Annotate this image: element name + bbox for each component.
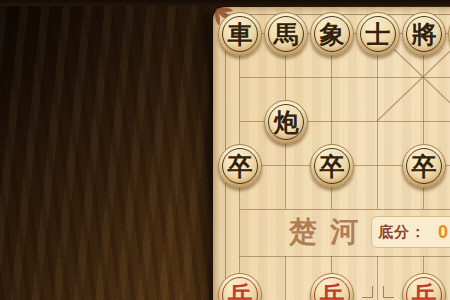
xiangqi-board[interactable]: 楚河 底分： 0 車馬象士將士炮卒卒卒兵兵兵 [213,7,450,300]
base-score-label: 底分： [378,223,426,242]
point-marker-right [383,286,394,298]
piece-馬[interactable]: 馬 [264,12,308,56]
top-edge-shadow [0,0,450,6]
point-marker-left [362,286,373,298]
piece-士[interactable]: 士 [356,12,400,56]
piece-車[interactable]: 車 [218,12,262,56]
game-screen: 楚河 底分： 0 車馬象士將士炮卒卒卒兵兵兵 [0,0,450,300]
piece-卒[interactable]: 卒 [218,144,262,188]
piece-卒[interactable]: 卒 [402,144,446,188]
piece-將[interactable]: 將 [402,12,446,56]
piece-象[interactable]: 象 [310,12,354,56]
base-score-value: 0 [438,222,448,243]
base-score-panel: 底分： 0 [371,216,450,248]
piece-炮[interactable]: 炮 [264,100,308,144]
piece-卒[interactable]: 卒 [310,144,354,188]
